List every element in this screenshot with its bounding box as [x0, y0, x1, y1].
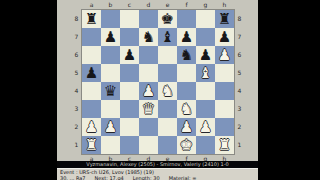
- piece-white-rook[interactable]: ♜: [218, 136, 231, 154]
- next-move-text: Next: 17.g4: [95, 176, 124, 180]
- square-a7[interactable]: [82, 28, 101, 46]
- square-g2[interactable]: ♟: [196, 118, 215, 136]
- square-b3[interactable]: [101, 100, 120, 118]
- square-a1[interactable]: ♜: [82, 136, 101, 154]
- square-d1[interactable]: [139, 136, 158, 154]
- rank-label-4: 4: [236, 82, 243, 100]
- piece-black-pawn[interactable]: ♟: [123, 46, 136, 64]
- piece-black-rook[interactable]: ♜: [85, 10, 98, 28]
- rank-label-7: 7: [73, 28, 80, 46]
- piece-black-pawn[interactable]: ♟: [180, 28, 193, 46]
- square-e1[interactable]: [158, 136, 177, 154]
- square-b4[interactable]: ♛: [101, 82, 120, 100]
- square-h6[interactable]: ♟: [215, 46, 234, 64]
- piece-black-pawn[interactable]: ♟: [104, 28, 117, 46]
- square-f7[interactable]: ♟: [177, 28, 196, 46]
- square-c2[interactable]: [120, 118, 139, 136]
- square-d2[interactable]: [139, 118, 158, 136]
- square-f5[interactable]: [177, 64, 196, 82]
- rank-label-2: 2: [73, 118, 80, 136]
- players-bar: Vyzmanavin, Alexey (2505) - Smirnov, Val…: [57, 161, 258, 168]
- piece-black-pawn[interactable]: ♟: [85, 64, 98, 82]
- piece-white-rook[interactable]: ♜: [85, 136, 98, 154]
- square-b8[interactable]: [101, 10, 120, 28]
- rank-label-1: 1: [236, 136, 243, 154]
- square-f4[interactable]: [177, 82, 196, 100]
- letterbox-left: [0, 0, 57, 180]
- piece-black-pawn[interactable]: ♟: [218, 28, 231, 46]
- square-c8[interactable]: [120, 10, 139, 28]
- rank-label-4: 4: [73, 82, 80, 100]
- square-c1[interactable]: [120, 136, 139, 154]
- rank-label-3: 3: [73, 100, 80, 118]
- square-c5[interactable]: [120, 64, 139, 82]
- square-g3[interactable]: [196, 100, 215, 118]
- square-h3[interactable]: [215, 100, 234, 118]
- length-text: Length: 30: [133, 176, 160, 180]
- rank-labels-right: 87654321: [236, 10, 243, 154]
- piece-white-bishop[interactable]: ♝: [199, 64, 212, 82]
- square-f1[interactable]: ♚: [177, 136, 196, 154]
- piece-white-pawn[interactable]: ♟: [218, 46, 231, 64]
- square-a2[interactable]: ♟: [82, 118, 101, 136]
- rank-label-6: 6: [236, 46, 243, 64]
- square-e4[interactable]: ♞: [158, 82, 177, 100]
- piece-black-queen[interactable]: ♛: [104, 82, 117, 100]
- square-b7[interactable]: ♟: [101, 28, 120, 46]
- piece-black-king[interactable]: ♚: [161, 10, 174, 28]
- square-e2[interactable]: [158, 118, 177, 136]
- square-g6[interactable]: ♟: [196, 46, 215, 64]
- square-h4[interactable]: [215, 82, 234, 100]
- square-e5[interactable]: [158, 64, 177, 82]
- square-a8[interactable]: ♜: [82, 10, 101, 28]
- players-line: Vyzmanavin, Alexey (2505) - Smirnov, Val…: [86, 161, 228, 167]
- piece-black-knight[interactable]: ♞: [180, 46, 193, 64]
- file-label-d: d: [139, 1, 158, 9]
- status-line: 30. ... Ra7 Next: 17.g4 Length: 30 Mater…: [60, 176, 255, 180]
- rank-label-3: 3: [236, 100, 243, 118]
- file-label-h: h: [215, 1, 234, 9]
- piece-black-rook[interactable]: ♜: [218, 10, 231, 28]
- chess-gui-panel: abcdefgh abcdefgh 87654321 87654321 ♜♚♜♟…: [57, 0, 258, 180]
- square-h2[interactable]: [215, 118, 234, 136]
- file-label-b: b: [101, 1, 120, 9]
- piece-black-bishop[interactable]: ♝: [161, 28, 174, 46]
- square-d7[interactable]: ♞: [139, 28, 158, 46]
- square-c4[interactable]: [120, 82, 139, 100]
- square-f8[interactable]: [177, 10, 196, 28]
- square-b6[interactable]: [101, 46, 120, 64]
- piece-white-pawn[interactable]: ♟: [199, 118, 212, 136]
- square-f6[interactable]: ♞: [177, 46, 196, 64]
- piece-white-pawn[interactable]: ♟: [180, 118, 193, 136]
- piece-white-queen[interactable]: ♛: [142, 100, 155, 118]
- piece-black-knight[interactable]: ♞: [142, 28, 155, 46]
- square-g4[interactable]: [196, 82, 215, 100]
- square-g1[interactable]: [196, 136, 215, 154]
- rank-label-7: 7: [236, 28, 243, 46]
- piece-white-pawn[interactable]: ♟: [85, 118, 98, 136]
- material-text: Material: =: [169, 176, 197, 180]
- file-label-e: e: [158, 1, 177, 9]
- piece-white-king[interactable]: ♚: [180, 136, 193, 154]
- piece-black-pawn[interactable]: ♟: [199, 46, 212, 64]
- square-g7[interactable]: [196, 28, 215, 46]
- square-e6[interactable]: [158, 46, 177, 64]
- square-e7[interactable]: ♝: [158, 28, 177, 46]
- rank-label-8: 8: [236, 10, 243, 28]
- file-label-a: a: [82, 1, 101, 9]
- rank-label-5: 5: [73, 64, 80, 82]
- square-a6[interactable]: [82, 46, 101, 64]
- square-g8[interactable]: [196, 10, 215, 28]
- video-frame: abcdefgh abcdefgh 87654321 87654321 ♜♚♜♟…: [0, 0, 320, 180]
- square-d4[interactable]: ♟: [139, 82, 158, 100]
- file-label-c: c: [120, 1, 139, 9]
- square-b5[interactable]: [101, 64, 120, 82]
- event-line: Event : URS-ch U26, Lvov (1985) (19): [60, 170, 255, 175]
- piece-white-pawn[interactable]: ♟: [142, 82, 155, 100]
- square-g5[interactable]: ♝: [196, 64, 215, 82]
- square-d5[interactable]: [139, 64, 158, 82]
- square-b1[interactable]: [101, 136, 120, 154]
- square-b2[interactable]: ♟: [101, 118, 120, 136]
- square-h8[interactable]: ♜: [215, 10, 234, 28]
- square-e3[interactable]: [158, 100, 177, 118]
- rank-label-2: 2: [236, 118, 243, 136]
- square-d3[interactable]: ♛: [139, 100, 158, 118]
- game-info-box: Event : URS-ch U26, Lvov (1985) (19) 30.…: [57, 168, 258, 180]
- rank-label-6: 6: [73, 46, 80, 64]
- letterbox-right: [258, 0, 320, 180]
- rank-labels-left: 87654321: [73, 10, 80, 154]
- piece-white-knight[interactable]: ♞: [161, 82, 174, 100]
- square-a5[interactable]: ♟: [82, 64, 101, 82]
- piece-white-knight[interactable]: ♞: [180, 100, 193, 118]
- square-f3[interactable]: ♞: [177, 100, 196, 118]
- square-d6[interactable]: [139, 46, 158, 64]
- square-c7[interactable]: [120, 28, 139, 46]
- square-h7[interactable]: ♟: [215, 28, 234, 46]
- file-labels-top: abcdefgh: [82, 1, 234, 9]
- square-c6[interactable]: ♟: [120, 46, 139, 64]
- square-a3[interactable]: [82, 100, 101, 118]
- rank-label-8: 8: [73, 10, 80, 28]
- square-h1[interactable]: ♜: [215, 136, 234, 154]
- square-c3[interactable]: [120, 100, 139, 118]
- last-move-text: 30. ... Ra7: [60, 176, 86, 180]
- square-a4[interactable]: [82, 82, 101, 100]
- square-h5[interactable]: [215, 64, 234, 82]
- file-label-g: g: [196, 1, 215, 9]
- file-label-f: f: [177, 1, 196, 9]
- piece-white-pawn[interactable]: ♟: [104, 118, 117, 136]
- square-e8[interactable]: ♚: [158, 10, 177, 28]
- rank-label-1: 1: [73, 136, 80, 154]
- square-d8[interactable]: [139, 10, 158, 28]
- chess-board[interactable]: ♜♚♜♟♞♝♟♟♟♞♟♟♟♝♛♟♞♛♞♟♟♟♟♜♚♜: [81, 9, 235, 155]
- square-f2[interactable]: ♟: [177, 118, 196, 136]
- rank-label-5: 5: [236, 64, 243, 82]
